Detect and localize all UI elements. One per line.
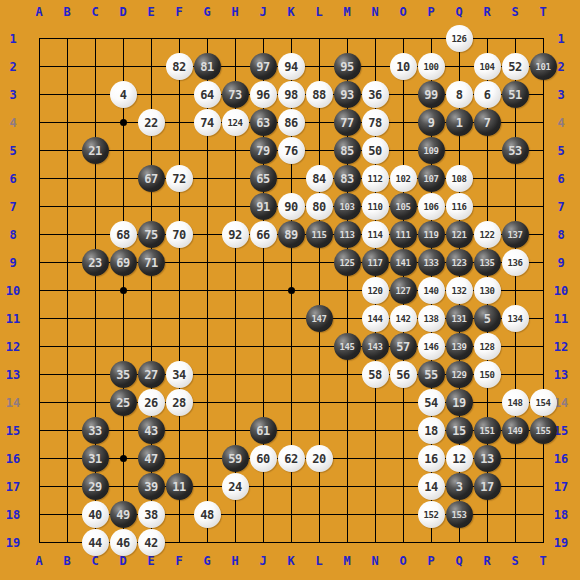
move-number: 73 bbox=[228, 88, 241, 102]
move-number: 145 bbox=[340, 342, 355, 352]
stone-black-move-63: 63 bbox=[250, 109, 277, 136]
star-point bbox=[120, 455, 127, 462]
move-number: 39 bbox=[144, 480, 157, 494]
stone-white-move-90: 90 bbox=[278, 193, 305, 220]
move-number: 152 bbox=[424, 510, 439, 520]
stone-black-move-83: 83 bbox=[334, 165, 361, 192]
stone-white-move-138: 138 bbox=[418, 305, 445, 332]
stone-black-move-95: 95 bbox=[334, 53, 361, 80]
col-label-top-G: G bbox=[194, 4, 220, 20]
col-label-bottom-S: S bbox=[502, 553, 528, 569]
row-label-right-10: 10 bbox=[548, 283, 574, 299]
move-number: 97 bbox=[256, 60, 269, 74]
move-number: 137 bbox=[508, 230, 523, 240]
move-number: 144 bbox=[368, 314, 383, 324]
stone-white-move-134: 134 bbox=[502, 305, 529, 332]
move-number: 66 bbox=[256, 228, 269, 242]
stone-black-move-137: 137 bbox=[502, 221, 529, 248]
stone-white-move-104: 104 bbox=[474, 53, 501, 80]
stone-black-move-93: 93 bbox=[334, 81, 361, 108]
move-number: 138 bbox=[424, 314, 439, 324]
move-number: 153 bbox=[452, 510, 467, 520]
row-label-left-11: 11 bbox=[0, 311, 26, 327]
stone-white-move-66: 66 bbox=[250, 221, 277, 248]
move-number: 94 bbox=[284, 60, 297, 74]
move-number: 62 bbox=[284, 452, 297, 466]
col-label-top-O: O bbox=[390, 4, 416, 20]
move-number: 82 bbox=[172, 60, 185, 74]
stone-black-move-57: 57 bbox=[390, 333, 417, 360]
stone-black-move-111: 111 bbox=[390, 221, 417, 248]
move-number: 6 bbox=[484, 88, 491, 102]
stone-black-move-11: 11 bbox=[166, 473, 193, 500]
row-label-right-5: 5 bbox=[548, 143, 574, 159]
move-number: 68 bbox=[116, 228, 129, 242]
stone-black-move-21: 21 bbox=[82, 137, 109, 164]
move-number: 53 bbox=[508, 144, 521, 158]
move-number: 1 bbox=[456, 116, 463, 130]
col-label-top-N: N bbox=[362, 4, 388, 20]
move-number: 140 bbox=[424, 286, 439, 296]
stone-black-move-145: 145 bbox=[334, 333, 361, 360]
move-number: 147 bbox=[312, 314, 327, 324]
move-number: 136 bbox=[508, 258, 523, 268]
col-label-top-L: L bbox=[306, 4, 332, 20]
move-number: 105 bbox=[396, 202, 411, 212]
col-label-top-J: J bbox=[250, 4, 276, 20]
stone-black-move-49: 49 bbox=[110, 501, 137, 528]
move-number: 26 bbox=[144, 396, 157, 410]
col-label-top-M: M bbox=[334, 4, 360, 20]
stone-black-move-65: 65 bbox=[250, 165, 277, 192]
stone-white-move-36: 36 bbox=[362, 81, 389, 108]
stone-white-move-18: 18 bbox=[418, 417, 445, 444]
move-number: 40 bbox=[88, 508, 101, 522]
col-label-bottom-F: F bbox=[166, 553, 192, 569]
stone-white-move-132: 132 bbox=[446, 277, 473, 304]
row-label-right-11: 11 bbox=[548, 311, 574, 327]
row-label-left-7: 7 bbox=[0, 199, 26, 215]
col-label-bottom-M: M bbox=[334, 553, 360, 569]
row-label-left-16: 16 bbox=[0, 451, 26, 467]
stone-white-move-14: 14 bbox=[418, 473, 445, 500]
stone-black-move-35: 35 bbox=[110, 361, 137, 388]
move-number: 111 bbox=[396, 230, 411, 240]
stone-black-move-25: 25 bbox=[110, 389, 137, 416]
col-label-bottom-R: R bbox=[474, 553, 500, 569]
move-number: 123 bbox=[452, 258, 467, 268]
stone-white-move-78: 78 bbox=[362, 109, 389, 136]
col-label-bottom-T: T bbox=[530, 553, 556, 569]
stone-black-move-5: 5 bbox=[474, 305, 501, 332]
move-number: 124 bbox=[228, 118, 243, 128]
move-number: 104 bbox=[480, 62, 495, 72]
move-number: 133 bbox=[424, 258, 439, 268]
stone-white-move-122: 122 bbox=[474, 221, 501, 248]
stone-white-move-136: 136 bbox=[502, 249, 529, 276]
stone-white-move-80: 80 bbox=[306, 193, 333, 220]
move-number: 96 bbox=[256, 88, 269, 102]
move-number: 9 bbox=[428, 116, 435, 130]
col-label-bottom-O: O bbox=[390, 553, 416, 569]
move-number: 72 bbox=[172, 172, 185, 186]
stone-black-move-19: 19 bbox=[446, 389, 473, 416]
stone-white-move-98: 98 bbox=[278, 81, 305, 108]
move-number: 74 bbox=[200, 116, 213, 130]
move-number: 78 bbox=[368, 116, 381, 130]
move-number: 80 bbox=[312, 200, 325, 214]
stone-black-move-59: 59 bbox=[222, 445, 249, 472]
move-number: 149 bbox=[508, 426, 523, 436]
stone-black-move-89: 89 bbox=[278, 221, 305, 248]
move-number: 64 bbox=[200, 88, 213, 102]
move-number: 102 bbox=[396, 174, 411, 184]
stone-black-move-61: 61 bbox=[250, 417, 277, 444]
stone-white-move-100: 100 bbox=[418, 53, 445, 80]
move-number: 42 bbox=[144, 536, 157, 550]
stone-black-move-1: 1 bbox=[446, 109, 473, 136]
stone-black-move-27: 27 bbox=[138, 361, 165, 388]
move-number: 92 bbox=[228, 228, 241, 242]
move-number: 130 bbox=[480, 286, 495, 296]
stone-black-move-123: 123 bbox=[446, 249, 473, 276]
col-label-top-K: K bbox=[278, 4, 304, 20]
star-point bbox=[120, 119, 127, 126]
move-number: 63 bbox=[256, 116, 269, 130]
row-label-right-13: 13 bbox=[548, 367, 574, 383]
stone-white-move-54: 54 bbox=[418, 389, 445, 416]
move-number: 24 bbox=[228, 480, 241, 494]
move-number: 22 bbox=[144, 116, 157, 130]
col-label-top-T: T bbox=[530, 4, 556, 20]
stone-black-move-7: 7 bbox=[474, 109, 501, 136]
stone-white-move-48: 48 bbox=[194, 501, 221, 528]
move-number: 98 bbox=[284, 88, 297, 102]
col-label-top-R: R bbox=[474, 4, 500, 20]
stone-white-move-120: 120 bbox=[362, 277, 389, 304]
move-number: 34 bbox=[172, 368, 185, 382]
row-label-right-3: 3 bbox=[548, 87, 574, 103]
move-number: 71 bbox=[144, 256, 157, 270]
move-number: 115 bbox=[312, 230, 327, 240]
stone-white-move-50: 50 bbox=[362, 137, 389, 164]
stone-black-move-149: 149 bbox=[502, 417, 529, 444]
move-number: 93 bbox=[340, 88, 353, 102]
move-number: 18 bbox=[424, 424, 437, 438]
stone-white-move-12: 12 bbox=[446, 445, 473, 472]
move-number: 142 bbox=[396, 314, 411, 324]
move-number: 20 bbox=[312, 452, 325, 466]
col-label-top-Q: Q bbox=[446, 4, 472, 20]
move-number: 84 bbox=[312, 172, 325, 186]
row-label-left-8: 8 bbox=[0, 227, 26, 243]
stone-black-move-51: 51 bbox=[502, 81, 529, 108]
stone-white-move-112: 112 bbox=[362, 165, 389, 192]
stone-black-move-73: 73 bbox=[222, 81, 249, 108]
col-label-top-A: A bbox=[26, 4, 52, 20]
stone-white-move-114: 114 bbox=[362, 221, 389, 248]
stone-black-move-133: 133 bbox=[418, 249, 445, 276]
move-number: 112 bbox=[368, 174, 383, 184]
move-number: 8 bbox=[456, 88, 463, 102]
stone-white-move-56: 56 bbox=[390, 361, 417, 388]
move-number: 109 bbox=[424, 146, 439, 156]
col-label-top-B: B bbox=[54, 4, 80, 20]
stone-black-move-125: 125 bbox=[334, 249, 361, 276]
col-label-bottom-K: K bbox=[278, 553, 304, 569]
move-number: 27 bbox=[144, 368, 157, 382]
move-number: 29 bbox=[88, 480, 101, 494]
stone-white-move-148: 148 bbox=[502, 389, 529, 416]
stone-black-move-109: 109 bbox=[418, 137, 445, 164]
stone-white-move-16: 16 bbox=[418, 445, 445, 472]
move-number: 95 bbox=[340, 60, 353, 74]
row-label-right-12: 12 bbox=[548, 339, 574, 355]
move-number: 79 bbox=[256, 144, 269, 158]
move-number: 35 bbox=[116, 368, 129, 382]
move-number: 16 bbox=[424, 452, 437, 466]
stone-black-move-143: 143 bbox=[362, 333, 389, 360]
move-number: 125 bbox=[340, 258, 355, 268]
stone-black-move-141: 141 bbox=[390, 249, 417, 276]
move-number: 121 bbox=[452, 230, 467, 240]
move-number: 52 bbox=[508, 60, 521, 74]
stone-black-move-71: 71 bbox=[138, 249, 165, 276]
stone-black-move-151: 151 bbox=[474, 417, 501, 444]
move-number: 129 bbox=[452, 370, 467, 380]
move-number: 12 bbox=[452, 452, 465, 466]
move-number: 91 bbox=[256, 200, 269, 214]
move-number: 100 bbox=[424, 62, 439, 72]
move-number: 10 bbox=[396, 60, 409, 74]
stone-white-move-26: 26 bbox=[138, 389, 165, 416]
move-number: 56 bbox=[396, 368, 409, 382]
move-number: 101 bbox=[536, 62, 551, 72]
stone-black-move-119: 119 bbox=[418, 221, 445, 248]
stone-black-move-3: 3 bbox=[446, 473, 473, 500]
move-number: 57 bbox=[396, 340, 409, 354]
stone-black-move-99: 99 bbox=[418, 81, 445, 108]
row-label-left-15: 15 bbox=[0, 423, 26, 439]
move-number: 151 bbox=[480, 426, 495, 436]
stone-white-move-44: 44 bbox=[82, 529, 109, 556]
move-number: 13 bbox=[480, 452, 493, 466]
stone-black-move-103: 103 bbox=[334, 193, 361, 220]
stone-black-move-101: 101 bbox=[530, 53, 557, 80]
stone-white-move-6: 6 bbox=[474, 81, 501, 108]
stone-black-move-67: 67 bbox=[138, 165, 165, 192]
col-label-top-E: E bbox=[138, 4, 164, 20]
move-number: 54 bbox=[424, 396, 437, 410]
row-label-right-1: 1 bbox=[548, 31, 574, 47]
stone-white-move-38: 38 bbox=[138, 501, 165, 528]
stone-black-move-81: 81 bbox=[194, 53, 221, 80]
stone-white-move-94: 94 bbox=[278, 53, 305, 80]
move-number: 134 bbox=[508, 314, 523, 324]
move-number: 132 bbox=[452, 286, 467, 296]
row-label-right-4: 4 bbox=[548, 115, 574, 131]
move-number: 55 bbox=[424, 368, 437, 382]
row-label-left-5: 5 bbox=[0, 143, 26, 159]
col-label-bottom-B: B bbox=[54, 553, 80, 569]
row-label-right-19: 19 bbox=[548, 535, 574, 551]
stone-black-move-77: 77 bbox=[334, 109, 361, 136]
stone-white-move-88: 88 bbox=[306, 81, 333, 108]
move-number: 21 bbox=[88, 144, 101, 158]
move-number: 90 bbox=[284, 200, 297, 214]
stone-black-move-117: 117 bbox=[362, 249, 389, 276]
stone-white-move-108: 108 bbox=[446, 165, 473, 192]
stone-white-move-20: 20 bbox=[306, 445, 333, 472]
stone-black-move-85: 85 bbox=[334, 137, 361, 164]
stone-black-move-155: 155 bbox=[530, 417, 557, 444]
stone-white-move-4: 4 bbox=[110, 81, 137, 108]
stone-black-move-9: 9 bbox=[418, 109, 445, 136]
stone-black-move-15: 15 bbox=[446, 417, 473, 444]
move-number: 85 bbox=[340, 144, 353, 158]
stone-white-move-146: 146 bbox=[418, 333, 445, 360]
stone-white-move-28: 28 bbox=[166, 389, 193, 416]
move-number: 23 bbox=[88, 256, 101, 270]
stone-white-move-106: 106 bbox=[418, 193, 445, 220]
col-label-top-C: C bbox=[82, 4, 108, 20]
col-label-bottom-J: J bbox=[250, 553, 276, 569]
move-number: 154 bbox=[536, 398, 551, 408]
stone-black-move-127: 127 bbox=[390, 277, 417, 304]
move-number: 65 bbox=[256, 172, 269, 186]
stone-white-move-64: 64 bbox=[194, 81, 221, 108]
move-number: 61 bbox=[256, 424, 269, 438]
move-number: 131 bbox=[452, 314, 467, 324]
stone-white-move-116: 116 bbox=[446, 193, 473, 220]
stone-white-move-130: 130 bbox=[474, 277, 501, 304]
stone-white-move-144: 144 bbox=[362, 305, 389, 332]
move-number: 11 bbox=[172, 480, 185, 494]
move-number: 77 bbox=[340, 116, 353, 130]
stone-black-move-79: 79 bbox=[250, 137, 277, 164]
move-number: 48 bbox=[200, 508, 213, 522]
stone-white-move-102: 102 bbox=[390, 165, 417, 192]
stone-white-move-152: 152 bbox=[418, 501, 445, 528]
stone-black-move-121: 121 bbox=[446, 221, 473, 248]
col-label-bottom-L: L bbox=[306, 553, 332, 569]
stone-white-move-96: 96 bbox=[250, 81, 277, 108]
row-label-left-14: 14 bbox=[0, 395, 26, 411]
move-number: 141 bbox=[396, 258, 411, 268]
move-number: 108 bbox=[452, 174, 467, 184]
move-number: 17 bbox=[480, 480, 493, 494]
stone-black-move-153: 153 bbox=[446, 501, 473, 528]
stone-black-move-115: 115 bbox=[306, 221, 333, 248]
move-number: 120 bbox=[368, 286, 383, 296]
move-number: 113 bbox=[340, 230, 355, 240]
move-number: 116 bbox=[452, 202, 467, 212]
grid-line-vertical bbox=[515, 38, 516, 543]
stone-white-move-84: 84 bbox=[306, 165, 333, 192]
row-label-right-7: 7 bbox=[548, 199, 574, 215]
move-number: 51 bbox=[508, 88, 521, 102]
col-label-bottom-H: H bbox=[222, 553, 248, 569]
col-label-bottom-P: P bbox=[418, 553, 444, 569]
move-number: 5 bbox=[484, 312, 491, 326]
move-number: 88 bbox=[312, 88, 325, 102]
move-number: 114 bbox=[368, 230, 383, 240]
stone-white-move-128: 128 bbox=[474, 333, 501, 360]
col-label-top-P: P bbox=[418, 4, 444, 20]
move-number: 127 bbox=[396, 286, 411, 296]
col-label-top-F: F bbox=[166, 4, 192, 20]
move-number: 28 bbox=[172, 396, 185, 410]
row-label-left-12: 12 bbox=[0, 339, 26, 355]
stone-white-move-70: 70 bbox=[166, 221, 193, 248]
stone-white-move-42: 42 bbox=[138, 529, 165, 556]
row-label-left-9: 9 bbox=[0, 255, 26, 271]
row-label-left-13: 13 bbox=[0, 367, 26, 383]
move-number: 106 bbox=[424, 202, 439, 212]
stone-white-move-24: 24 bbox=[222, 473, 249, 500]
move-number: 58 bbox=[368, 368, 381, 382]
move-number: 25 bbox=[116, 396, 129, 410]
move-number: 150 bbox=[480, 370, 495, 380]
stone-black-move-91: 91 bbox=[250, 193, 277, 220]
stone-white-move-60: 60 bbox=[250, 445, 277, 472]
move-number: 3 bbox=[456, 480, 463, 494]
move-number: 47 bbox=[144, 452, 157, 466]
star-point bbox=[120, 287, 127, 294]
stone-white-move-124: 124 bbox=[222, 109, 249, 136]
stone-black-move-39: 39 bbox=[138, 473, 165, 500]
move-number: 99 bbox=[424, 88, 437, 102]
stone-black-move-129: 129 bbox=[446, 361, 473, 388]
move-number: 76 bbox=[284, 144, 297, 158]
stone-black-move-75: 75 bbox=[138, 221, 165, 248]
move-number: 110 bbox=[368, 202, 383, 212]
row-label-right-17: 17 bbox=[548, 479, 574, 495]
stone-white-move-92: 92 bbox=[222, 221, 249, 248]
stone-white-move-150: 150 bbox=[474, 361, 501, 388]
row-label-left-17: 17 bbox=[0, 479, 26, 495]
stone-white-move-142: 142 bbox=[390, 305, 417, 332]
stone-black-move-43: 43 bbox=[138, 417, 165, 444]
move-number: 69 bbox=[116, 256, 129, 270]
stone-white-move-82: 82 bbox=[166, 53, 193, 80]
stone-black-move-55: 55 bbox=[418, 361, 445, 388]
row-label-right-9: 9 bbox=[548, 255, 574, 271]
row-label-left-3: 3 bbox=[0, 87, 26, 103]
stone-black-move-131: 131 bbox=[446, 305, 473, 332]
stone-white-move-86: 86 bbox=[278, 109, 305, 136]
go-board[interactable]: AABBCCDDEEFFGGHHJJKKLLMMNNOOPPQQRRSSTT11… bbox=[0, 0, 580, 580]
row-label-left-19: 19 bbox=[0, 535, 26, 551]
move-number: 83 bbox=[340, 172, 353, 186]
stone-black-move-17: 17 bbox=[474, 473, 501, 500]
move-number: 148 bbox=[508, 398, 523, 408]
stone-white-move-154: 154 bbox=[530, 389, 557, 416]
stone-white-move-110: 110 bbox=[362, 193, 389, 220]
move-number: 81 bbox=[200, 60, 213, 74]
stone-white-move-8: 8 bbox=[446, 81, 473, 108]
row-label-right-16: 16 bbox=[548, 451, 574, 467]
stone-white-move-58: 58 bbox=[362, 361, 389, 388]
move-number: 103 bbox=[340, 202, 355, 212]
move-number: 143 bbox=[368, 342, 383, 352]
row-label-left-18: 18 bbox=[0, 507, 26, 523]
stone-white-move-46: 46 bbox=[110, 529, 137, 556]
move-number: 33 bbox=[88, 424, 101, 438]
move-number: 19 bbox=[452, 396, 465, 410]
move-number: 4 bbox=[120, 88, 127, 102]
move-number: 60 bbox=[256, 452, 269, 466]
